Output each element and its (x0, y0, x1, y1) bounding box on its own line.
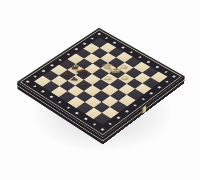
clasp (142, 106, 145, 115)
scene-perspective: ♛♚♟♟♟♛♚♟♟♟ (40, 25, 162, 147)
scene-rotation-wrapper: ♛♚♟♟♟♛♚♟♟♟ (0, 0, 200, 180)
stud (42, 70, 46, 72)
product-photo-stage: ♛♚♟♟♟♛♚♟♟♟ (0, 0, 200, 180)
chess-board: ♛♚♟♟♟♛♚♟♟♟ (18, 35, 185, 145)
king-glyph: ♚ (106, 67, 126, 74)
board-top-face: ♛♚♟♟♟♛♚♟♟♟ (17, 28, 185, 138)
